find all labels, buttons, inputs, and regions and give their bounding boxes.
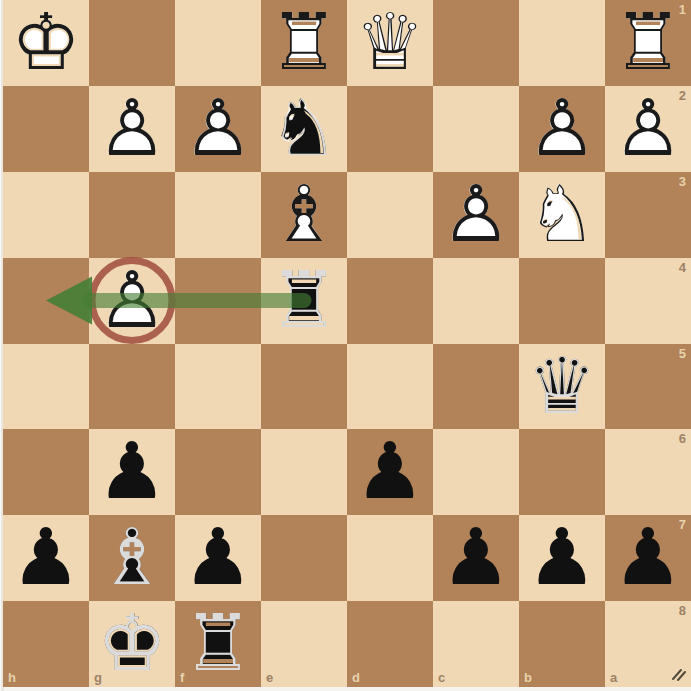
piece-black-pawn-c7[interactable]: ♟ <box>433 515 519 601</box>
square-d6[interactable]: ♟ <box>347 429 433 515</box>
piece-black-pawn-g6[interactable]: ♟ <box>89 429 175 515</box>
rank-label-5: 5 <box>679 347 686 360</box>
square-c6[interactable] <box>433 429 519 515</box>
square-d3[interactable] <box>347 172 433 258</box>
piece-black-king-g8[interactable]: ♚♔ <box>89 601 175 687</box>
square-g8[interactable]: g♚♔ <box>89 601 175 687</box>
piece-black-bishop-g7[interactable]: ♝♗ <box>89 515 175 601</box>
file-label-e: e <box>266 671 273 684</box>
square-a1[interactable]: 1♜♖ <box>605 0 691 86</box>
square-a7[interactable]: 7♟ <box>605 515 691 601</box>
piece-black-rook-f8[interactable]: ♜♖ <box>175 601 261 687</box>
piece-white-rook-e1[interactable]: ♜♖ <box>261 0 347 86</box>
square-a5[interactable]: 5 <box>605 344 691 430</box>
square-d7[interactable] <box>347 515 433 601</box>
square-g4[interactable]: ♟♙ <box>89 258 175 344</box>
square-d2[interactable] <box>347 86 433 172</box>
square-c8[interactable]: c <box>433 601 519 687</box>
piece-white-king-h1[interactable]: ♚♔ <box>3 0 89 86</box>
rank-label-4: 4 <box>679 261 686 274</box>
piece-white-pawn-b2[interactable]: ♟♙ <box>519 86 605 172</box>
square-d1[interactable]: ♛♕ <box>347 0 433 86</box>
square-h5[interactable] <box>3 344 89 430</box>
square-b8[interactable]: b <box>519 601 605 687</box>
chess-board-screenshot: ♚♔♜♖♛♕1♜♖♟♙♟♙♞♘♟♙2♟♙♝♗♟♙♞♘3♟♙♜♖4♛♕5♟♟6♟♝… <box>0 0 691 691</box>
piece-black-knight-e2[interactable]: ♞♘ <box>261 86 347 172</box>
square-b6[interactable] <box>519 429 605 515</box>
piece-white-pawn-g4[interactable]: ♟♙ <box>89 258 175 344</box>
square-f6[interactable] <box>175 429 261 515</box>
square-b7[interactable]: ♟ <box>519 515 605 601</box>
file-label-h: h <box>8 671 16 684</box>
square-a4[interactable]: 4 <box>605 258 691 344</box>
square-b4[interactable] <box>519 258 605 344</box>
rank-label-8: 8 <box>679 604 686 617</box>
square-f8[interactable]: f♜♖ <box>175 601 261 687</box>
piece-black-pawn-b7[interactable]: ♟ <box>519 515 605 601</box>
square-g7[interactable]: ♝♗ <box>89 515 175 601</box>
square-d5[interactable] <box>347 344 433 430</box>
file-label-d: d <box>352 671 360 684</box>
piece-white-bishop-e3[interactable]: ♝♗ <box>261 172 347 258</box>
square-f5[interactable] <box>175 344 261 430</box>
square-a3[interactable]: 3 <box>605 172 691 258</box>
square-c4[interactable] <box>433 258 519 344</box>
square-h4[interactable] <box>3 258 89 344</box>
file-label-a: a <box>610 671 617 684</box>
square-h7[interactable]: ♟ <box>3 515 89 601</box>
square-c5[interactable] <box>433 344 519 430</box>
square-f1[interactable] <box>175 0 261 86</box>
square-g1[interactable] <box>89 0 175 86</box>
square-e4[interactable]: ♜♖ <box>261 258 347 344</box>
square-f3[interactable] <box>175 172 261 258</box>
square-e2[interactable]: ♞♘ <box>261 86 347 172</box>
piece-black-queen-b5[interactable]: ♛♕ <box>519 344 605 430</box>
square-h3[interactable] <box>3 172 89 258</box>
square-b2[interactable]: ♟♙ <box>519 86 605 172</box>
square-h2[interactable] <box>3 86 89 172</box>
piece-white-queen-d1[interactable]: ♛♕ <box>347 0 433 86</box>
square-g5[interactable] <box>89 344 175 430</box>
piece-black-pawn-f7[interactable]: ♟ <box>175 515 261 601</box>
square-g6[interactable]: ♟ <box>89 429 175 515</box>
piece-black-pawn-a7[interactable]: ♟ <box>605 515 691 601</box>
square-e8[interactable]: e <box>261 601 347 687</box>
square-b5[interactable]: ♛♕ <box>519 344 605 430</box>
piece-white-pawn-c3[interactable]: ♟♙ <box>433 172 519 258</box>
page-edge-bottom <box>0 687 691 691</box>
square-e6[interactable] <box>261 429 347 515</box>
square-h8[interactable]: h <box>3 601 89 687</box>
square-a6[interactable]: 6 <box>605 429 691 515</box>
square-e7[interactable] <box>261 515 347 601</box>
square-c2[interactable] <box>433 86 519 172</box>
square-f4[interactable] <box>175 258 261 344</box>
piece-white-pawn-a2[interactable]: ♟♙ <box>605 86 691 172</box>
square-g2[interactable]: ♟♙ <box>89 86 175 172</box>
file-label-c: c <box>438 671 445 684</box>
square-b1[interactable] <box>519 0 605 86</box>
square-c3[interactable]: ♟♙ <box>433 172 519 258</box>
square-d4[interactable] <box>347 258 433 344</box>
square-d8[interactable]: d <box>347 601 433 687</box>
square-h1[interactable]: ♚♔ <box>3 0 89 86</box>
piece-white-pawn-f2[interactable]: ♟♙ <box>175 86 261 172</box>
rank-label-6: 6 <box>679 432 686 445</box>
rank-label-3: 3 <box>679 175 686 188</box>
square-a2[interactable]: 2♟♙ <box>605 86 691 172</box>
square-f7[interactable]: ♟ <box>175 515 261 601</box>
chess-board: ♚♔♜♖♛♕1♜♖♟♙♟♙♞♘♟♙2♟♙♝♗♟♙♞♘3♟♙♜♖4♛♕5♟♟6♟♝… <box>3 0 691 687</box>
square-c1[interactable] <box>433 0 519 86</box>
piece-white-rook-a1[interactable]: ♜♖ <box>605 0 691 86</box>
file-label-b: b <box>524 671 532 684</box>
square-f2[interactable]: ♟♙ <box>175 86 261 172</box>
square-g3[interactable] <box>89 172 175 258</box>
square-h6[interactable] <box>3 429 89 515</box>
square-e5[interactable] <box>261 344 347 430</box>
piece-white-knight-b3[interactable]: ♞♘ <box>519 172 605 258</box>
square-e1[interactable]: ♜♖ <box>261 0 347 86</box>
square-b3[interactable]: ♞♘ <box>519 172 605 258</box>
piece-black-pawn-h7[interactable]: ♟ <box>3 515 89 601</box>
board-resize-handle[interactable] <box>670 666 687 685</box>
square-e3[interactable]: ♝♗ <box>261 172 347 258</box>
piece-black-rook-e4[interactable]: ♜♖ <box>261 258 347 344</box>
piece-black-pawn-d6[interactable]: ♟ <box>347 429 433 515</box>
piece-white-pawn-g2[interactable]: ♟♙ <box>89 86 175 172</box>
square-c7[interactable]: ♟ <box>433 515 519 601</box>
